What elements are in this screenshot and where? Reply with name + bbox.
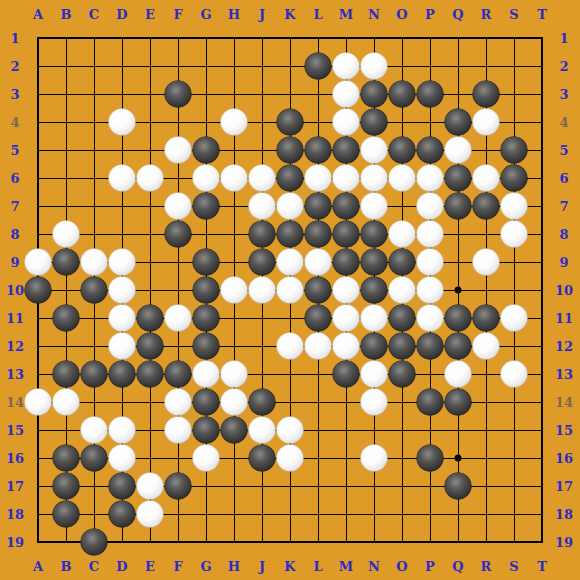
intersection-S13[interactable]	[500, 360, 528, 388]
intersection-H6[interactable]	[220, 164, 248, 192]
intersection-G5[interactable]	[192, 136, 220, 164]
intersection-P18[interactable]	[416, 500, 444, 528]
intersection-C5[interactable]	[80, 136, 108, 164]
intersection-K11[interactable]	[276, 304, 304, 332]
intersection-A4[interactable]	[24, 108, 52, 136]
intersection-S12[interactable]	[500, 332, 528, 360]
intersection-G9[interactable]	[192, 248, 220, 276]
intersection-F1[interactable]	[164, 24, 192, 52]
intersection-T5[interactable]	[528, 136, 556, 164]
intersection-C6[interactable]	[80, 164, 108, 192]
intersection-N5[interactable]	[360, 136, 388, 164]
intersection-G14[interactable]	[192, 388, 220, 416]
intersection-F11[interactable]	[164, 304, 192, 332]
intersection-F12[interactable]	[164, 332, 192, 360]
intersection-O2[interactable]	[388, 52, 416, 80]
intersection-O4[interactable]	[388, 108, 416, 136]
intersection-M17[interactable]	[332, 472, 360, 500]
intersection-D17[interactable]	[108, 472, 136, 500]
intersection-P6[interactable]	[416, 164, 444, 192]
intersection-H8[interactable]	[220, 220, 248, 248]
intersection-D4[interactable]	[108, 108, 136, 136]
intersection-Q9[interactable]	[444, 248, 472, 276]
intersection-B15[interactable]	[52, 416, 80, 444]
intersection-R1[interactable]	[472, 24, 500, 52]
intersection-D3[interactable]	[108, 80, 136, 108]
intersection-N4[interactable]	[360, 108, 388, 136]
intersection-A7[interactable]	[24, 192, 52, 220]
intersection-O12[interactable]	[388, 332, 416, 360]
intersection-L12[interactable]	[304, 332, 332, 360]
intersection-G16[interactable]	[192, 444, 220, 472]
intersection-T18[interactable]	[528, 500, 556, 528]
intersection-Q11[interactable]	[444, 304, 472, 332]
intersection-P17[interactable]	[416, 472, 444, 500]
intersection-R16[interactable]	[472, 444, 500, 472]
intersection-S2[interactable]	[500, 52, 528, 80]
intersection-Q7[interactable]	[444, 192, 472, 220]
intersection-E14[interactable]	[136, 388, 164, 416]
intersection-J14[interactable]	[248, 388, 276, 416]
intersection-R2[interactable]	[472, 52, 500, 80]
intersection-C1[interactable]	[80, 24, 108, 52]
intersection-L10[interactable]	[304, 276, 332, 304]
intersection-K13[interactable]	[276, 360, 304, 388]
intersection-H19[interactable]	[220, 528, 248, 556]
intersection-M11[interactable]	[332, 304, 360, 332]
intersection-B3[interactable]	[52, 80, 80, 108]
intersection-R18[interactable]	[472, 500, 500, 528]
intersection-F7[interactable]	[164, 192, 192, 220]
intersection-K7[interactable]	[276, 192, 304, 220]
intersection-J1[interactable]	[248, 24, 276, 52]
intersection-G3[interactable]	[192, 80, 220, 108]
intersection-S1[interactable]	[500, 24, 528, 52]
intersection-O11[interactable]	[388, 304, 416, 332]
intersection-S5[interactable]	[500, 136, 528, 164]
intersection-R4[interactable]	[472, 108, 500, 136]
intersection-A19[interactable]	[24, 528, 52, 556]
intersection-E11[interactable]	[136, 304, 164, 332]
intersection-J18[interactable]	[248, 500, 276, 528]
intersection-M16[interactable]	[332, 444, 360, 472]
intersection-S4[interactable]	[500, 108, 528, 136]
intersection-J19[interactable]	[248, 528, 276, 556]
intersection-H3[interactable]	[220, 80, 248, 108]
intersection-F18[interactable]	[164, 500, 192, 528]
intersection-H11[interactable]	[220, 304, 248, 332]
intersection-E5[interactable]	[136, 136, 164, 164]
intersection-O14[interactable]	[388, 388, 416, 416]
intersection-B5[interactable]	[52, 136, 80, 164]
intersection-L19[interactable]	[304, 528, 332, 556]
intersection-A12[interactable]	[24, 332, 52, 360]
intersection-B10[interactable]	[52, 276, 80, 304]
intersection-D10[interactable]	[108, 276, 136, 304]
intersection-D16[interactable]	[108, 444, 136, 472]
intersection-P4[interactable]	[416, 108, 444, 136]
intersection-F8[interactable]	[164, 220, 192, 248]
intersection-P5[interactable]	[416, 136, 444, 164]
intersection-M9[interactable]	[332, 248, 360, 276]
intersection-Q19[interactable]	[444, 528, 472, 556]
intersection-B8[interactable]	[52, 220, 80, 248]
intersection-C15[interactable]	[80, 416, 108, 444]
intersection-S16[interactable]	[500, 444, 528, 472]
intersection-N7[interactable]	[360, 192, 388, 220]
intersection-D15[interactable]	[108, 416, 136, 444]
intersection-A13[interactable]	[24, 360, 52, 388]
intersection-A9[interactable]	[24, 248, 52, 276]
intersection-A14[interactable]	[24, 388, 52, 416]
intersection-S14[interactable]	[500, 388, 528, 416]
intersection-T11[interactable]	[528, 304, 556, 332]
intersection-H13[interactable]	[220, 360, 248, 388]
intersection-T1[interactable]	[528, 24, 556, 52]
intersection-L17[interactable]	[304, 472, 332, 500]
intersection-K17[interactable]	[276, 472, 304, 500]
intersection-L8[interactable]	[304, 220, 332, 248]
intersection-M2[interactable]	[332, 52, 360, 80]
intersection-N14[interactable]	[360, 388, 388, 416]
intersection-P13[interactable]	[416, 360, 444, 388]
intersection-N18[interactable]	[360, 500, 388, 528]
intersection-P10[interactable]	[416, 276, 444, 304]
intersection-P16[interactable]	[416, 444, 444, 472]
intersection-N19[interactable]	[360, 528, 388, 556]
intersection-H7[interactable]	[220, 192, 248, 220]
intersection-S7[interactable]	[500, 192, 528, 220]
intersection-F14[interactable]	[164, 388, 192, 416]
intersection-G2[interactable]	[192, 52, 220, 80]
intersection-O18[interactable]	[388, 500, 416, 528]
intersection-J16[interactable]	[248, 444, 276, 472]
intersection-F13[interactable]	[164, 360, 192, 388]
intersection-M3[interactable]	[332, 80, 360, 108]
intersection-B7[interactable]	[52, 192, 80, 220]
intersection-C17[interactable]	[80, 472, 108, 500]
intersection-M7[interactable]	[332, 192, 360, 220]
intersection-E19[interactable]	[136, 528, 164, 556]
intersection-M10[interactable]	[332, 276, 360, 304]
intersection-K12[interactable]	[276, 332, 304, 360]
intersection-J17[interactable]	[248, 472, 276, 500]
intersection-J4[interactable]	[248, 108, 276, 136]
intersection-B4[interactable]	[52, 108, 80, 136]
intersection-L7[interactable]	[304, 192, 332, 220]
intersection-Q15[interactable]	[444, 416, 472, 444]
intersection-T8[interactable]	[528, 220, 556, 248]
intersection-G7[interactable]	[192, 192, 220, 220]
intersection-D7[interactable]	[108, 192, 136, 220]
intersection-P3[interactable]	[416, 80, 444, 108]
intersection-Q6[interactable]	[444, 164, 472, 192]
intersection-J12[interactable]	[248, 332, 276, 360]
intersection-E4[interactable]	[136, 108, 164, 136]
intersection-K19[interactable]	[276, 528, 304, 556]
intersection-E1[interactable]	[136, 24, 164, 52]
intersection-Q2[interactable]	[444, 52, 472, 80]
intersection-R7[interactable]	[472, 192, 500, 220]
intersection-T9[interactable]	[528, 248, 556, 276]
intersection-Q18[interactable]	[444, 500, 472, 528]
intersection-N13[interactable]	[360, 360, 388, 388]
intersection-Q1[interactable]	[444, 24, 472, 52]
intersection-K1[interactable]	[276, 24, 304, 52]
intersection-T13[interactable]	[528, 360, 556, 388]
intersection-N12[interactable]	[360, 332, 388, 360]
intersection-E9[interactable]	[136, 248, 164, 276]
intersection-R3[interactable]	[472, 80, 500, 108]
intersection-B13[interactable]	[52, 360, 80, 388]
intersection-O1[interactable]	[388, 24, 416, 52]
intersection-N6[interactable]	[360, 164, 388, 192]
intersection-C8[interactable]	[80, 220, 108, 248]
intersection-A1[interactable]	[24, 24, 52, 52]
intersection-T17[interactable]	[528, 472, 556, 500]
intersection-H2[interactable]	[220, 52, 248, 80]
intersection-S15[interactable]	[500, 416, 528, 444]
intersection-E8[interactable]	[136, 220, 164, 248]
intersection-R6[interactable]	[472, 164, 500, 192]
intersection-A16[interactable]	[24, 444, 52, 472]
intersection-L13[interactable]	[304, 360, 332, 388]
intersection-H18[interactable]	[220, 500, 248, 528]
intersection-R10[interactable]	[472, 276, 500, 304]
intersection-L15[interactable]	[304, 416, 332, 444]
intersection-N3[interactable]	[360, 80, 388, 108]
intersection-N11[interactable]	[360, 304, 388, 332]
intersection-S11[interactable]	[500, 304, 528, 332]
intersection-M8[interactable]	[332, 220, 360, 248]
intersection-K6[interactable]	[276, 164, 304, 192]
intersection-K10[interactable]	[276, 276, 304, 304]
intersection-Q3[interactable]	[444, 80, 472, 108]
intersection-G18[interactable]	[192, 500, 220, 528]
intersection-F4[interactable]	[164, 108, 192, 136]
intersection-A6[interactable]	[24, 164, 52, 192]
intersection-K4[interactable]	[276, 108, 304, 136]
intersection-O13[interactable]	[388, 360, 416, 388]
intersection-C2[interactable]	[80, 52, 108, 80]
intersection-D9[interactable]	[108, 248, 136, 276]
intersection-J3[interactable]	[248, 80, 276, 108]
intersection-F15[interactable]	[164, 416, 192, 444]
intersection-C13[interactable]	[80, 360, 108, 388]
intersection-N17[interactable]	[360, 472, 388, 500]
intersection-A10[interactable]	[24, 276, 52, 304]
intersection-B9[interactable]	[52, 248, 80, 276]
intersection-E15[interactable]	[136, 416, 164, 444]
intersection-P8[interactable]	[416, 220, 444, 248]
intersection-M1[interactable]	[332, 24, 360, 52]
intersection-M4[interactable]	[332, 108, 360, 136]
intersection-H4[interactable]	[220, 108, 248, 136]
intersection-K16[interactable]	[276, 444, 304, 472]
intersection-O19[interactable]	[388, 528, 416, 556]
intersection-S10[interactable]	[500, 276, 528, 304]
intersection-G10[interactable]	[192, 276, 220, 304]
intersection-G6[interactable]	[192, 164, 220, 192]
intersection-R12[interactable]	[472, 332, 500, 360]
intersection-T12[interactable]	[528, 332, 556, 360]
intersection-E12[interactable]	[136, 332, 164, 360]
intersection-G15[interactable]	[192, 416, 220, 444]
intersection-J6[interactable]	[248, 164, 276, 192]
intersection-E2[interactable]	[136, 52, 164, 80]
intersection-M14[interactable]	[332, 388, 360, 416]
intersection-R17[interactable]	[472, 472, 500, 500]
intersection-L4[interactable]	[304, 108, 332, 136]
intersection-O8[interactable]	[388, 220, 416, 248]
intersection-Q16[interactable]	[444, 444, 472, 472]
intersection-N16[interactable]	[360, 444, 388, 472]
intersection-P14[interactable]	[416, 388, 444, 416]
intersection-G17[interactable]	[192, 472, 220, 500]
intersection-O15[interactable]	[388, 416, 416, 444]
intersection-Q4[interactable]	[444, 108, 472, 136]
intersection-S6[interactable]	[500, 164, 528, 192]
intersection-S8[interactable]	[500, 220, 528, 248]
intersection-P12[interactable]	[416, 332, 444, 360]
intersection-J2[interactable]	[248, 52, 276, 80]
intersection-N8[interactable]	[360, 220, 388, 248]
intersection-L1[interactable]	[304, 24, 332, 52]
intersection-D2[interactable]	[108, 52, 136, 80]
intersection-M12[interactable]	[332, 332, 360, 360]
intersection-H10[interactable]	[220, 276, 248, 304]
intersection-L6[interactable]	[304, 164, 332, 192]
intersection-J9[interactable]	[248, 248, 276, 276]
intersection-K14[interactable]	[276, 388, 304, 416]
intersection-H14[interactable]	[220, 388, 248, 416]
intersection-A17[interactable]	[24, 472, 52, 500]
intersection-C9[interactable]	[80, 248, 108, 276]
intersection-B11[interactable]	[52, 304, 80, 332]
intersection-Q10[interactable]	[444, 276, 472, 304]
intersection-L5[interactable]	[304, 136, 332, 164]
intersection-N9[interactable]	[360, 248, 388, 276]
intersection-F10[interactable]	[164, 276, 192, 304]
intersection-B14[interactable]	[52, 388, 80, 416]
intersection-A18[interactable]	[24, 500, 52, 528]
intersection-J15[interactable]	[248, 416, 276, 444]
intersection-R8[interactable]	[472, 220, 500, 248]
intersection-D13[interactable]	[108, 360, 136, 388]
intersection-G11[interactable]	[192, 304, 220, 332]
intersection-H5[interactable]	[220, 136, 248, 164]
intersection-A8[interactable]	[24, 220, 52, 248]
intersection-A11[interactable]	[24, 304, 52, 332]
intersection-P11[interactable]	[416, 304, 444, 332]
intersection-B19[interactable]	[52, 528, 80, 556]
intersection-R9[interactable]	[472, 248, 500, 276]
intersection-E13[interactable]	[136, 360, 164, 388]
intersection-F9[interactable]	[164, 248, 192, 276]
intersection-K3[interactable]	[276, 80, 304, 108]
intersection-H9[interactable]	[220, 248, 248, 276]
intersection-Q17[interactable]	[444, 472, 472, 500]
intersection-D11[interactable]	[108, 304, 136, 332]
intersection-T10[interactable]	[528, 276, 556, 304]
intersection-R11[interactable]	[472, 304, 500, 332]
intersection-L18[interactable]	[304, 500, 332, 528]
intersection-P2[interactable]	[416, 52, 444, 80]
intersection-P7[interactable]	[416, 192, 444, 220]
intersection-E16[interactable]	[136, 444, 164, 472]
intersection-S3[interactable]	[500, 80, 528, 108]
intersection-K8[interactable]	[276, 220, 304, 248]
intersection-R19[interactable]	[472, 528, 500, 556]
intersection-M15[interactable]	[332, 416, 360, 444]
intersection-S9[interactable]	[500, 248, 528, 276]
intersection-E6[interactable]	[136, 164, 164, 192]
intersection-N10[interactable]	[360, 276, 388, 304]
intersection-J7[interactable]	[248, 192, 276, 220]
intersection-B6[interactable]	[52, 164, 80, 192]
intersection-E10[interactable]	[136, 276, 164, 304]
intersection-C18[interactable]	[80, 500, 108, 528]
intersection-G1[interactable]	[192, 24, 220, 52]
intersection-N2[interactable]	[360, 52, 388, 80]
intersection-Q13[interactable]	[444, 360, 472, 388]
intersection-O17[interactable]	[388, 472, 416, 500]
intersection-O6[interactable]	[388, 164, 416, 192]
intersection-A3[interactable]	[24, 80, 52, 108]
intersection-A2[interactable]	[24, 52, 52, 80]
intersection-T15[interactable]	[528, 416, 556, 444]
intersection-J8[interactable]	[248, 220, 276, 248]
intersection-B2[interactable]	[52, 52, 80, 80]
intersection-G12[interactable]	[192, 332, 220, 360]
intersection-O5[interactable]	[388, 136, 416, 164]
intersection-Q12[interactable]	[444, 332, 472, 360]
intersection-D8[interactable]	[108, 220, 136, 248]
intersection-S17[interactable]	[500, 472, 528, 500]
intersection-T7[interactable]	[528, 192, 556, 220]
intersection-S18[interactable]	[500, 500, 528, 528]
intersection-F19[interactable]	[164, 528, 192, 556]
intersection-P15[interactable]	[416, 416, 444, 444]
intersection-C10[interactable]	[80, 276, 108, 304]
intersection-F3[interactable]	[164, 80, 192, 108]
intersection-M5[interactable]	[332, 136, 360, 164]
intersection-T14[interactable]	[528, 388, 556, 416]
intersection-G13[interactable]	[192, 360, 220, 388]
intersection-D18[interactable]	[108, 500, 136, 528]
intersection-C19[interactable]	[80, 528, 108, 556]
intersection-K2[interactable]	[276, 52, 304, 80]
intersection-F5[interactable]	[164, 136, 192, 164]
intersection-L9[interactable]	[304, 248, 332, 276]
intersection-L11[interactable]	[304, 304, 332, 332]
intersection-Q14[interactable]	[444, 388, 472, 416]
intersection-F17[interactable]	[164, 472, 192, 500]
intersection-A15[interactable]	[24, 416, 52, 444]
intersection-O10[interactable]	[388, 276, 416, 304]
intersection-B1[interactable]	[52, 24, 80, 52]
intersection-O16[interactable]	[388, 444, 416, 472]
intersection-C3[interactable]	[80, 80, 108, 108]
intersection-L14[interactable]	[304, 388, 332, 416]
intersection-R15[interactable]	[472, 416, 500, 444]
intersection-D6[interactable]	[108, 164, 136, 192]
intersection-D1[interactable]	[108, 24, 136, 52]
intersection-M18[interactable]	[332, 500, 360, 528]
intersection-O3[interactable]	[388, 80, 416, 108]
intersection-S19[interactable]	[500, 528, 528, 556]
intersection-N15[interactable]	[360, 416, 388, 444]
